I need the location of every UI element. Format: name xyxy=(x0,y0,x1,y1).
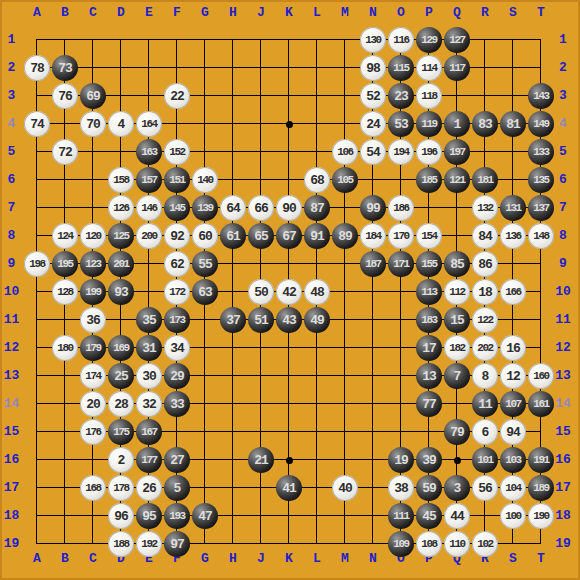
point-O5[interactable]: 194 xyxy=(387,138,415,166)
point-G2[interactable] xyxy=(191,54,219,82)
white-stone-E17[interactable]: 26 xyxy=(136,475,162,501)
point-O1[interactable]: 116 xyxy=(387,26,415,54)
white-stone-F3[interactable]: 22 xyxy=(164,83,190,109)
point-C4[interactable]: 70 xyxy=(79,110,107,138)
point-T6[interactable]: 135 xyxy=(527,166,555,194)
black-stone-N9[interactable]: 187 xyxy=(360,251,386,277)
point-B8[interactable]: 124 xyxy=(51,222,79,250)
point-C6[interactable] xyxy=(79,166,107,194)
point-C15[interactable]: 176 xyxy=(79,418,107,446)
white-stone-E8[interactable]: 200 xyxy=(136,223,162,249)
white-stone-T13[interactable]: 160 xyxy=(528,363,554,389)
point-J7[interactable]: 66 xyxy=(247,194,275,222)
point-J6[interactable] xyxy=(247,166,275,194)
black-stone-Q4[interactable]: 1 xyxy=(444,111,470,137)
point-J1[interactable] xyxy=(247,26,275,54)
point-K16[interactable] xyxy=(275,446,303,474)
point-O13[interactable] xyxy=(387,362,415,390)
point-N2[interactable]: 98 xyxy=(359,54,387,82)
point-N6[interactable] xyxy=(359,166,387,194)
point-K17[interactable]: 41 xyxy=(275,474,303,502)
black-stone-O19[interactable]: 109 xyxy=(388,531,414,557)
black-stone-E16[interactable]: 177 xyxy=(136,447,162,473)
black-stone-T14[interactable]: 161 xyxy=(528,391,554,417)
point-N11[interactable] xyxy=(359,306,387,334)
point-J14[interactable] xyxy=(247,390,275,418)
point-G15[interactable] xyxy=(191,418,219,446)
point-S16[interactable]: 103 xyxy=(499,446,527,474)
white-stone-Q18[interactable]: 44 xyxy=(444,503,470,529)
point-Q8[interactable] xyxy=(443,222,471,250)
white-stone-B3[interactable]: 76 xyxy=(52,83,78,109)
point-T16[interactable]: 191 xyxy=(527,446,555,474)
white-stone-O7[interactable]: 186 xyxy=(388,195,414,221)
point-P16[interactable]: 39 xyxy=(415,446,443,474)
black-stone-P11[interactable]: 183 xyxy=(416,307,442,333)
black-stone-O2[interactable]: 115 xyxy=(388,55,414,81)
point-A15[interactable] xyxy=(23,418,51,446)
point-Q6[interactable]: 121 xyxy=(443,166,471,194)
white-stone-A4[interactable]: 74 xyxy=(24,111,50,137)
white-stone-Q19[interactable]: 110 xyxy=(444,531,470,557)
black-stone-D8[interactable]: 125 xyxy=(108,223,134,249)
point-P6[interactable]: 185 xyxy=(415,166,443,194)
white-stone-R10[interactable]: 18 xyxy=(472,279,498,305)
point-Q9[interactable]: 85 xyxy=(443,250,471,278)
black-stone-T7[interactable]: 137 xyxy=(528,195,554,221)
white-stone-F5[interactable]: 152 xyxy=(164,139,190,165)
black-stone-C12[interactable]: 179 xyxy=(80,335,106,361)
point-R8[interactable]: 84 xyxy=(471,222,499,250)
black-stone-K8[interactable]: 67 xyxy=(276,223,302,249)
white-stone-A9[interactable]: 198 xyxy=(24,251,50,277)
point-L7[interactable]: 87 xyxy=(303,194,331,222)
point-B9[interactable]: 195 xyxy=(51,250,79,278)
black-stone-R6[interactable]: 181 xyxy=(472,167,498,193)
black-stone-P12[interactable]: 17 xyxy=(416,335,442,361)
black-stone-P6[interactable]: 185 xyxy=(416,167,442,193)
point-K5[interactable] xyxy=(275,138,303,166)
point-F6[interactable]: 151 xyxy=(163,166,191,194)
point-D15[interactable]: 175 xyxy=(107,418,135,446)
white-stone-S18[interactable]: 100 xyxy=(500,503,526,529)
point-J8[interactable]: 65 xyxy=(247,222,275,250)
point-R19[interactable]: 102 xyxy=(471,530,499,558)
point-G6[interactable]: 140 xyxy=(191,166,219,194)
white-stone-S10[interactable]: 166 xyxy=(500,279,526,305)
point-P18[interactable]: 45 xyxy=(415,502,443,530)
point-D8[interactable]: 125 xyxy=(107,222,135,250)
point-Q10[interactable]: 112 xyxy=(443,278,471,306)
point-C1[interactable] xyxy=(79,26,107,54)
black-stone-K17[interactable]: 41 xyxy=(276,475,302,501)
point-C5[interactable] xyxy=(79,138,107,166)
point-Q13[interactable]: 7 xyxy=(443,362,471,390)
black-stone-D12[interactable]: 169 xyxy=(108,335,134,361)
point-O10[interactable] xyxy=(387,278,415,306)
point-J17[interactable] xyxy=(247,474,275,502)
black-stone-T16[interactable]: 191 xyxy=(528,447,554,473)
white-stone-D17[interactable]: 178 xyxy=(108,475,134,501)
point-C12[interactable]: 179 xyxy=(79,334,107,362)
point-R13[interactable]: 8 xyxy=(471,362,499,390)
point-K19[interactable] xyxy=(275,530,303,558)
white-stone-P2[interactable]: 114 xyxy=(416,55,442,81)
black-stone-G7[interactable]: 139 xyxy=(192,195,218,221)
point-N19[interactable] xyxy=(359,530,387,558)
point-F13[interactable]: 29 xyxy=(163,362,191,390)
point-O4[interactable]: 53 xyxy=(387,110,415,138)
point-F17[interactable]: 5 xyxy=(163,474,191,502)
point-O6[interactable] xyxy=(387,166,415,194)
point-M3[interactable] xyxy=(331,82,359,110)
point-N9[interactable]: 187 xyxy=(359,250,387,278)
point-Q17[interactable]: 3 xyxy=(443,474,471,502)
point-J13[interactable] xyxy=(247,362,275,390)
black-stone-L8[interactable]: 91 xyxy=(304,223,330,249)
point-G10[interactable]: 63 xyxy=(191,278,219,306)
point-E3[interactable] xyxy=(135,82,163,110)
point-R10[interactable]: 18 xyxy=(471,278,499,306)
point-H18[interactable] xyxy=(219,502,247,530)
point-D7[interactable]: 126 xyxy=(107,194,135,222)
black-stone-B2[interactable]: 73 xyxy=(52,55,78,81)
black-stone-K11[interactable]: 43 xyxy=(276,307,302,333)
point-N16[interactable] xyxy=(359,446,387,474)
black-stone-H8[interactable]: 61 xyxy=(220,223,246,249)
point-L1[interactable] xyxy=(303,26,331,54)
point-T13[interactable]: 160 xyxy=(527,362,555,390)
white-stone-C14[interactable]: 20 xyxy=(80,391,106,417)
point-D14[interactable]: 28 xyxy=(107,390,135,418)
point-L9[interactable] xyxy=(303,250,331,278)
white-stone-K10[interactable]: 42 xyxy=(276,279,302,305)
point-Q2[interactable]: 117 xyxy=(443,54,471,82)
point-H2[interactable] xyxy=(219,54,247,82)
point-Q11[interactable]: 15 xyxy=(443,306,471,334)
point-M14[interactable] xyxy=(331,390,359,418)
black-stone-D13[interactable]: 25 xyxy=(108,363,134,389)
point-P7[interactable] xyxy=(415,194,443,222)
point-O9[interactable]: 171 xyxy=(387,250,415,278)
point-N18[interactable] xyxy=(359,502,387,530)
point-F15[interactable] xyxy=(163,418,191,446)
point-B18[interactable] xyxy=(51,502,79,530)
point-J9[interactable] xyxy=(247,250,275,278)
point-J2[interactable] xyxy=(247,54,275,82)
black-stone-R4[interactable]: 83 xyxy=(472,111,498,137)
black-stone-J8[interactable]: 65 xyxy=(248,223,274,249)
point-Q16[interactable] xyxy=(443,446,471,474)
point-B10[interactable]: 128 xyxy=(51,278,79,306)
black-stone-O16[interactable]: 19 xyxy=(388,447,414,473)
white-stone-C17[interactable]: 168 xyxy=(80,475,106,501)
point-N5[interactable]: 54 xyxy=(359,138,387,166)
point-M19[interactable] xyxy=(331,530,359,558)
point-R6[interactable]: 181 xyxy=(471,166,499,194)
point-O16[interactable]: 19 xyxy=(387,446,415,474)
black-stone-F13[interactable]: 29 xyxy=(164,363,190,389)
white-stone-D4[interactable]: 4 xyxy=(108,111,134,137)
white-stone-D6[interactable]: 158 xyxy=(108,167,134,193)
point-T5[interactable]: 133 xyxy=(527,138,555,166)
point-S14[interactable]: 107 xyxy=(499,390,527,418)
point-K6[interactable] xyxy=(275,166,303,194)
white-stone-E4[interactable]: 164 xyxy=(136,111,162,137)
white-stone-Q10[interactable]: 112 xyxy=(444,279,470,305)
point-S13[interactable]: 12 xyxy=(499,362,527,390)
white-stone-L10[interactable]: 48 xyxy=(304,279,330,305)
black-stone-S7[interactable]: 131 xyxy=(500,195,526,221)
black-stone-J16[interactable]: 21 xyxy=(248,447,274,473)
point-N3[interactable]: 52 xyxy=(359,82,387,110)
point-E9[interactable] xyxy=(135,250,163,278)
point-K18[interactable] xyxy=(275,502,303,530)
white-stone-M5[interactable]: 106 xyxy=(332,139,358,165)
white-stone-S13[interactable]: 12 xyxy=(500,363,526,389)
point-P5[interactable]: 196 xyxy=(415,138,443,166)
black-stone-S14[interactable]: 107 xyxy=(500,391,526,417)
black-stone-Q6[interactable]: 121 xyxy=(444,167,470,193)
black-stone-R14[interactable]: 11 xyxy=(472,391,498,417)
point-F3[interactable]: 22 xyxy=(163,82,191,110)
point-P17[interactable]: 59 xyxy=(415,474,443,502)
white-stone-B10[interactable]: 128 xyxy=(52,279,78,305)
point-F12[interactable]: 34 xyxy=(163,334,191,362)
black-stone-T3[interactable]: 143 xyxy=(528,83,554,109)
point-S5[interactable] xyxy=(499,138,527,166)
point-H1[interactable] xyxy=(219,26,247,54)
point-G1[interactable] xyxy=(191,26,219,54)
point-S3[interactable] xyxy=(499,82,527,110)
point-A9[interactable]: 198 xyxy=(23,250,51,278)
point-P11[interactable]: 183 xyxy=(415,306,443,334)
black-stone-F19[interactable]: 97 xyxy=(164,531,190,557)
point-T4[interactable]: 149 xyxy=(527,110,555,138)
white-stone-C11[interactable]: 36 xyxy=(80,307,106,333)
black-stone-F6[interactable]: 151 xyxy=(164,167,190,193)
point-T17[interactable]: 189 xyxy=(527,474,555,502)
white-stone-T18[interactable]: 190 xyxy=(528,503,554,529)
black-stone-O3[interactable]: 23 xyxy=(388,83,414,109)
black-stone-B9[interactable]: 195 xyxy=(52,251,78,277)
point-B6[interactable] xyxy=(51,166,79,194)
point-D1[interactable] xyxy=(107,26,135,54)
point-A10[interactable] xyxy=(23,278,51,306)
point-P1[interactable]: 129 xyxy=(415,26,443,54)
white-stone-O1[interactable]: 116 xyxy=(388,27,414,53)
point-Q18[interactable]: 44 xyxy=(443,502,471,530)
point-E12[interactable]: 31 xyxy=(135,334,163,362)
black-stone-C10[interactable]: 199 xyxy=(80,279,106,305)
point-A19[interactable] xyxy=(23,530,51,558)
white-stone-F9[interactable]: 62 xyxy=(164,251,190,277)
point-D3[interactable] xyxy=(107,82,135,110)
point-J11[interactable]: 51 xyxy=(247,306,275,334)
point-P3[interactable]: 118 xyxy=(415,82,443,110)
point-S9[interactable] xyxy=(499,250,527,278)
point-G16[interactable] xyxy=(191,446,219,474)
point-Q3[interactable] xyxy=(443,82,471,110)
white-stone-S17[interactable]: 104 xyxy=(500,475,526,501)
point-M6[interactable]: 105 xyxy=(331,166,359,194)
point-O14[interactable] xyxy=(387,390,415,418)
white-stone-D19[interactable]: 188 xyxy=(108,531,134,557)
point-T19[interactable] xyxy=(527,530,555,558)
point-B12[interactable]: 180 xyxy=(51,334,79,362)
point-M5[interactable]: 106 xyxy=(331,138,359,166)
white-stone-C4[interactable]: 70 xyxy=(80,111,106,137)
point-F10[interactable]: 172 xyxy=(163,278,191,306)
point-M18[interactable] xyxy=(331,502,359,530)
black-stone-D15[interactable]: 175 xyxy=(108,419,134,445)
point-M11[interactable] xyxy=(331,306,359,334)
point-K4[interactable] xyxy=(275,110,303,138)
point-E18[interactable]: 95 xyxy=(135,502,163,530)
point-L3[interactable] xyxy=(303,82,331,110)
point-C16[interactable] xyxy=(79,446,107,474)
point-C18[interactable] xyxy=(79,502,107,530)
point-S1[interactable] xyxy=(499,26,527,54)
point-O8[interactable]: 170 xyxy=(387,222,415,250)
point-C2[interactable] xyxy=(79,54,107,82)
point-O3[interactable]: 23 xyxy=(387,82,415,110)
point-E17[interactable]: 26 xyxy=(135,474,163,502)
black-stone-T4[interactable]: 149 xyxy=(528,111,554,137)
white-stone-R8[interactable]: 84 xyxy=(472,223,498,249)
point-K3[interactable] xyxy=(275,82,303,110)
point-T15[interactable] xyxy=(527,418,555,446)
point-C19[interactable] xyxy=(79,530,107,558)
point-B15[interactable] xyxy=(51,418,79,446)
point-T18[interactable]: 190 xyxy=(527,502,555,530)
point-S6[interactable] xyxy=(499,166,527,194)
point-O12[interactable] xyxy=(387,334,415,362)
point-E16[interactable]: 177 xyxy=(135,446,163,474)
black-stone-P4[interactable]: 119 xyxy=(416,111,442,137)
black-stone-Q15[interactable]: 79 xyxy=(444,419,470,445)
point-Q7[interactable] xyxy=(443,194,471,222)
point-Q1[interactable]: 127 xyxy=(443,26,471,54)
white-stone-L6[interactable]: 68 xyxy=(304,167,330,193)
point-F4[interactable] xyxy=(163,110,191,138)
white-stone-C15[interactable]: 176 xyxy=(80,419,106,445)
white-stone-M17[interactable]: 40 xyxy=(332,475,358,501)
point-E19[interactable]: 192 xyxy=(135,530,163,558)
point-J12[interactable] xyxy=(247,334,275,362)
point-F9[interactable]: 62 xyxy=(163,250,191,278)
white-stone-P8[interactable]: 154 xyxy=(416,223,442,249)
point-S4[interactable]: 81 xyxy=(499,110,527,138)
black-stone-Q17[interactable]: 3 xyxy=(444,475,470,501)
white-stone-B5[interactable]: 72 xyxy=(52,139,78,165)
point-S12[interactable]: 16 xyxy=(499,334,527,362)
point-E5[interactable]: 163 xyxy=(135,138,163,166)
point-O19[interactable]: 109 xyxy=(387,530,415,558)
white-stone-D7[interactable]: 126 xyxy=(108,195,134,221)
point-A13[interactable] xyxy=(23,362,51,390)
point-B4[interactable] xyxy=(51,110,79,138)
point-G18[interactable]: 47 xyxy=(191,502,219,530)
white-stone-A2[interactable]: 78 xyxy=(24,55,50,81)
point-A6[interactable] xyxy=(23,166,51,194)
point-A18[interactable] xyxy=(23,502,51,530)
point-L2[interactable] xyxy=(303,54,331,82)
black-stone-Q13[interactable]: 7 xyxy=(444,363,470,389)
point-P10[interactable]: 113 xyxy=(415,278,443,306)
white-stone-P3[interactable]: 118 xyxy=(416,83,442,109)
point-S2[interactable] xyxy=(499,54,527,82)
black-stone-Q11[interactable]: 15 xyxy=(444,307,470,333)
point-G17[interactable] xyxy=(191,474,219,502)
point-G11[interactable] xyxy=(191,306,219,334)
point-H5[interactable] xyxy=(219,138,247,166)
white-stone-N8[interactable]: 184 xyxy=(360,223,386,249)
point-A3[interactable] xyxy=(23,82,51,110)
point-K13[interactable] xyxy=(275,362,303,390)
white-stone-C8[interactable]: 120 xyxy=(80,223,106,249)
black-stone-P18[interactable]: 45 xyxy=(416,503,442,529)
black-stone-P13[interactable]: 13 xyxy=(416,363,442,389)
point-A4[interactable]: 74 xyxy=(23,110,51,138)
point-P8[interactable]: 154 xyxy=(415,222,443,250)
point-O11[interactable] xyxy=(387,306,415,334)
white-stone-E13[interactable]: 30 xyxy=(136,363,162,389)
point-H15[interactable] xyxy=(219,418,247,446)
point-A1[interactable] xyxy=(23,26,51,54)
white-stone-S12[interactable]: 16 xyxy=(500,335,526,361)
black-stone-Q1[interactable]: 127 xyxy=(444,27,470,53)
point-L11[interactable]: 49 xyxy=(303,306,331,334)
point-C3[interactable]: 69 xyxy=(79,82,107,110)
point-A16[interactable] xyxy=(23,446,51,474)
point-F16[interactable]: 27 xyxy=(163,446,191,474)
white-stone-G6[interactable]: 140 xyxy=(192,167,218,193)
point-H7[interactable]: 64 xyxy=(219,194,247,222)
black-stone-L7[interactable]: 87 xyxy=(304,195,330,221)
point-L16[interactable] xyxy=(303,446,331,474)
black-stone-C3[interactable]: 69 xyxy=(80,83,106,109)
point-P2[interactable]: 114 xyxy=(415,54,443,82)
point-M15[interactable] xyxy=(331,418,359,446)
black-stone-F14[interactable]: 33 xyxy=(164,391,190,417)
point-R5[interactable] xyxy=(471,138,499,166)
white-stone-Q12[interactable]: 182 xyxy=(444,335,470,361)
point-G14[interactable] xyxy=(191,390,219,418)
point-A7[interactable] xyxy=(23,194,51,222)
point-T11[interactable] xyxy=(527,306,555,334)
white-stone-K7[interactable]: 90 xyxy=(276,195,302,221)
white-stone-F8[interactable]: 92 xyxy=(164,223,190,249)
point-E8[interactable]: 200 xyxy=(135,222,163,250)
white-stone-R11[interactable]: 122 xyxy=(472,307,498,333)
point-E4[interactable]: 164 xyxy=(135,110,163,138)
point-D19[interactable]: 188 xyxy=(107,530,135,558)
black-stone-H11[interactable]: 37 xyxy=(220,307,246,333)
white-stone-N1[interactable]: 130 xyxy=(360,27,386,53)
black-stone-R16[interactable]: 101 xyxy=(472,447,498,473)
point-J16[interactable]: 21 xyxy=(247,446,275,474)
black-stone-J11[interactable]: 51 xyxy=(248,307,274,333)
point-H4[interactable] xyxy=(219,110,247,138)
point-T14[interactable]: 161 xyxy=(527,390,555,418)
black-stone-Q2[interactable]: 117 xyxy=(444,55,470,81)
white-stone-O5[interactable]: 194 xyxy=(388,139,414,165)
point-T2[interactable] xyxy=(527,54,555,82)
black-stone-P14[interactable]: 77 xyxy=(416,391,442,417)
point-O18[interactable]: 111 xyxy=(387,502,415,530)
point-B13[interactable] xyxy=(51,362,79,390)
